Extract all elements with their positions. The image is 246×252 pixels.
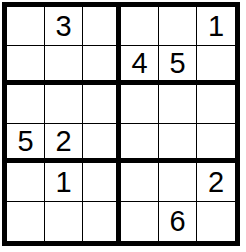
- cell-r1c4-empty[interactable]: [121, 7, 159, 46]
- cell-r5c6-given[interactable]: 2: [197, 163, 235, 202]
- cell-r2c3-empty[interactable]: [83, 46, 121, 85]
- sudoku-page: 314552126: [0, 0, 246, 252]
- cell-r2c6-empty[interactable]: [197, 46, 235, 85]
- cell-r6c6-empty[interactable]: [197, 202, 235, 241]
- cell-r4c4-empty[interactable]: [121, 124, 159, 163]
- cell-r3c6-empty[interactable]: [197, 85, 235, 124]
- cell-r5c2-given[interactable]: 1: [45, 163, 83, 202]
- cell-r6c3-empty[interactable]: [83, 202, 121, 241]
- cell-r2c1-empty[interactable]: [7, 46, 45, 85]
- cell-r2c4-given[interactable]: 4: [121, 46, 159, 85]
- cell-r3c5-empty[interactable]: [159, 85, 197, 124]
- cell-r6c4-empty[interactable]: [121, 202, 159, 241]
- cell-r5c5-empty[interactable]: [159, 163, 197, 202]
- cell-r1c2-given[interactable]: 3: [45, 7, 83, 46]
- cell-r1c5-empty[interactable]: [159, 7, 197, 46]
- cell-r5c3-empty[interactable]: [83, 163, 121, 202]
- cell-r5c1-empty[interactable]: [7, 163, 45, 202]
- cell-r1c6-given[interactable]: 1: [197, 7, 235, 46]
- cell-r1c3-empty[interactable]: [83, 7, 121, 46]
- cell-r3c2-empty[interactable]: [45, 85, 83, 124]
- cell-r4c2-given[interactable]: 2: [45, 124, 83, 163]
- cell-r3c3-empty[interactable]: [83, 85, 121, 124]
- cell-r6c1-empty[interactable]: [7, 202, 45, 241]
- sudoku-board: 314552126: [2, 2, 240, 246]
- cell-r4c1-given[interactable]: 5: [7, 124, 45, 163]
- cell-r3c4-empty[interactable]: [121, 85, 159, 124]
- cell-r4c3-empty[interactable]: [83, 124, 121, 163]
- cell-r3c1-empty[interactable]: [7, 85, 45, 124]
- cell-r4c5-empty[interactable]: [159, 124, 197, 163]
- cell-r6c5-given[interactable]: 6: [159, 202, 197, 241]
- cell-r2c5-given[interactable]: 5: [159, 46, 197, 85]
- cell-r5c4-empty[interactable]: [121, 163, 159, 202]
- cell-r6c2-empty[interactable]: [45, 202, 83, 241]
- cell-r4c6-empty[interactable]: [197, 124, 235, 163]
- cell-r1c1-empty[interactable]: [7, 7, 45, 46]
- cell-r2c2-empty[interactable]: [45, 46, 83, 85]
